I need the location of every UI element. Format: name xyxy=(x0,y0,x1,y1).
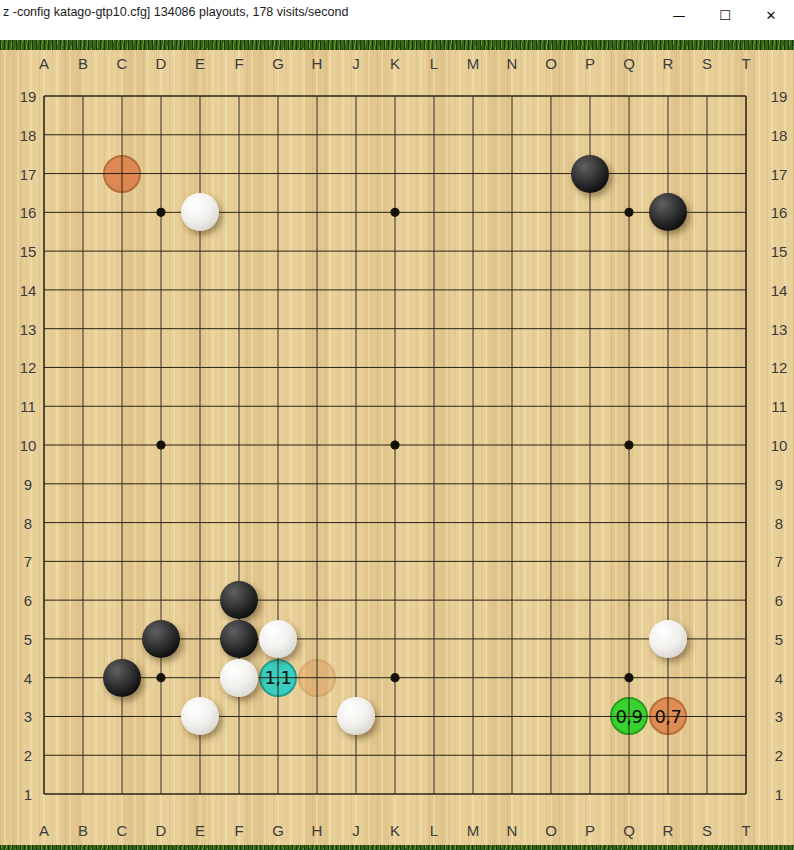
coord-right-14: 14 xyxy=(771,281,788,298)
coord-bottom-J: J xyxy=(352,822,360,839)
coord-bottom-F: F xyxy=(234,822,243,839)
coord-left-8: 8 xyxy=(24,514,32,531)
coord-top-N: N xyxy=(507,55,518,72)
coord-left-9: 9 xyxy=(24,475,32,492)
suggested-move-C17[interactable] xyxy=(103,155,141,193)
title-bar: z -config katago-gtp10.cfg] 134086 playo… xyxy=(0,0,794,40)
black-stone-F5 xyxy=(220,620,258,658)
coord-right-9: 9 xyxy=(775,475,783,492)
coord-left-12: 12 xyxy=(20,359,37,376)
white-stone-E3 xyxy=(181,697,219,735)
coord-top-M: M xyxy=(467,55,480,72)
coord-right-12: 12 xyxy=(771,359,788,376)
coord-right-15: 15 xyxy=(771,243,788,260)
coord-bottom-T: T xyxy=(741,822,750,839)
coord-right-5: 5 xyxy=(775,630,783,647)
coord-right-8: 8 xyxy=(775,514,783,531)
coord-bottom-H: H xyxy=(312,822,323,839)
coord-right-11: 11 xyxy=(771,398,787,415)
coord-left-7: 7 xyxy=(24,553,32,570)
coord-right-7: 7 xyxy=(775,553,783,570)
star-point-D4 xyxy=(156,673,165,682)
coord-right-1: 1 xyxy=(775,786,783,803)
coord-left-3: 3 xyxy=(24,708,32,725)
coord-top-R: R xyxy=(663,55,674,72)
coord-bottom-K: K xyxy=(390,822,400,839)
coord-right-2: 2 xyxy=(775,747,783,764)
coord-left-10: 10 xyxy=(20,437,37,454)
coord-top-P: P xyxy=(585,55,595,72)
star-point-K4 xyxy=(390,673,399,682)
white-stone-R5 xyxy=(649,620,687,658)
star-point-D10 xyxy=(156,440,165,449)
coord-bottom-R: R xyxy=(663,822,674,839)
coord-top-O: O xyxy=(545,55,557,72)
coord-bottom-M: M xyxy=(467,822,480,839)
coord-right-16: 16 xyxy=(771,204,788,221)
coord-left-1: 1 xyxy=(24,786,32,803)
white-stone-J3 xyxy=(337,697,375,735)
suggested-move-R3[interactable] xyxy=(649,697,687,735)
black-stone-C4 xyxy=(103,659,141,697)
coord-left-19: 19 xyxy=(20,88,37,105)
star-point-K10 xyxy=(390,440,399,449)
black-stone-F6 xyxy=(220,581,258,619)
coord-bottom-Q: Q xyxy=(623,822,635,839)
star-point-K16 xyxy=(390,208,399,217)
coord-bottom-P: P xyxy=(585,822,595,839)
coord-top-S: S xyxy=(702,55,712,72)
coord-top-T: T xyxy=(741,55,750,72)
coord-top-B: B xyxy=(78,55,88,72)
star-point-Q4 xyxy=(624,673,633,682)
coord-top-G: G xyxy=(272,55,284,72)
coord-left-18: 18 xyxy=(20,126,37,143)
star-point-D16 xyxy=(156,208,165,217)
coord-top-L: L xyxy=(430,55,438,72)
coord-left-4: 4 xyxy=(24,669,32,686)
minimize-icon[interactable]: — xyxy=(656,0,702,30)
go-board[interactable]: AABBCCDDEEFFGGHHJJKKLLMMNNOOPPQQRRSSTT19… xyxy=(0,50,794,845)
black-stone-P17 xyxy=(571,155,609,193)
white-stone-E16 xyxy=(181,193,219,231)
star-point-Q10 xyxy=(624,440,633,449)
coord-top-E: E xyxy=(195,55,205,72)
coord-bottom-E: E xyxy=(195,822,205,839)
star-point-Q16 xyxy=(624,208,633,217)
coord-bottom-S: S xyxy=(702,822,712,839)
coord-bottom-C: C xyxy=(117,822,128,839)
white-stone-G5 xyxy=(259,620,297,658)
coord-left-16: 16 xyxy=(20,204,37,221)
coord-left-5: 5 xyxy=(24,630,32,647)
maximize-icon[interactable]: ☐ xyxy=(702,0,748,30)
coord-top-D: D xyxy=(156,55,167,72)
coord-right-3: 3 xyxy=(775,708,783,725)
coord-right-19: 19 xyxy=(771,88,788,105)
coord-left-6: 6 xyxy=(24,592,32,609)
close-icon[interactable]: ✕ xyxy=(748,0,794,30)
coord-right-18: 18 xyxy=(771,126,788,143)
coord-top-A: A xyxy=(39,55,49,72)
coord-bottom-B: B xyxy=(78,822,88,839)
coord-right-6: 6 xyxy=(775,592,783,609)
coord-left-17: 17 xyxy=(20,165,37,182)
suggested-move-H4[interactable] xyxy=(298,659,336,697)
black-stone-R16 xyxy=(649,193,687,231)
coord-top-H: H xyxy=(312,55,323,72)
white-stone-F4 xyxy=(220,659,258,697)
coord-top-K: K xyxy=(390,55,400,72)
suggested-move-G4[interactable] xyxy=(259,659,297,697)
coord-bottom-N: N xyxy=(507,822,518,839)
coord-bottom-A: A xyxy=(39,822,49,839)
coord-right-10: 10 xyxy=(771,437,788,454)
coord-right-4: 4 xyxy=(775,669,783,686)
black-stone-D5 xyxy=(142,620,180,658)
grass-background-bottom xyxy=(0,845,794,850)
window-title: z -config katago-gtp10.cfg] 134086 playo… xyxy=(3,5,348,19)
coord-left-15: 15 xyxy=(20,243,37,260)
grass-background-top xyxy=(0,40,794,50)
suggested-move-Q3[interactable] xyxy=(610,697,648,735)
coord-right-17: 17 xyxy=(771,165,788,182)
coord-left-2: 2 xyxy=(24,747,32,764)
coord-bottom-O: O xyxy=(545,822,557,839)
coord-top-Q: Q xyxy=(623,55,635,72)
window-controls: — ☐ ✕ xyxy=(656,0,794,30)
coord-top-J: J xyxy=(352,55,360,72)
coord-right-13: 13 xyxy=(771,320,788,337)
coord-left-14: 14 xyxy=(20,281,37,298)
coord-left-11: 11 xyxy=(20,398,36,415)
coord-bottom-D: D xyxy=(156,822,167,839)
coord-top-C: C xyxy=(117,55,128,72)
coord-left-13: 13 xyxy=(20,320,37,337)
coord-bottom-L: L xyxy=(430,822,438,839)
coord-top-F: F xyxy=(234,55,243,72)
coord-bottom-G: G xyxy=(272,822,284,839)
